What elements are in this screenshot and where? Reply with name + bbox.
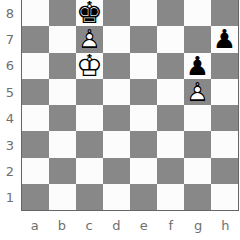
file-label-g: g	[185, 211, 212, 240]
square-d4[interactable]	[103, 105, 130, 131]
square-f8[interactable]	[157, 0, 184, 26]
square-a3[interactable]	[22, 131, 49, 157]
square-b3[interactable]	[49, 131, 76, 157]
square-g3[interactable]	[184, 131, 211, 157]
square-e6[interactable]	[130, 53, 157, 79]
square-h7[interactable]: ♟	[211, 26, 238, 52]
square-e3[interactable]	[130, 131, 157, 157]
rank-label-5: 5	[0, 79, 20, 105]
square-e7[interactable]	[130, 26, 157, 52]
square-a7[interactable]	[22, 26, 49, 52]
file-labels: abcdefgh	[21, 211, 239, 240]
black-king-glyph: ♚	[76, 0, 103, 26]
square-e5[interactable]	[130, 79, 157, 105]
square-g7[interactable]	[184, 26, 211, 52]
file-label-e: e	[130, 211, 157, 240]
square-b1[interactable]	[49, 184, 76, 210]
square-a1[interactable]	[22, 184, 49, 210]
chess-diagram: 87654321 ♚♟♙♟♚♔♟♟♙ abcdefgh	[0, 0, 240, 240]
square-e8[interactable]	[130, 0, 157, 26]
file-label-d: d	[103, 211, 130, 240]
rank-label-6: 6	[0, 53, 20, 79]
square-d2[interactable]	[103, 158, 130, 184]
square-g2[interactable]	[184, 158, 211, 184]
square-f1[interactable]	[157, 184, 184, 210]
square-f6[interactable]	[157, 53, 184, 79]
rank-label-1: 1	[0, 185, 20, 211]
square-a6[interactable]	[22, 53, 49, 79]
square-f3[interactable]	[157, 131, 184, 157]
black-pawn: ♟	[211, 26, 238, 52]
rank-label-3: 3	[0, 132, 20, 158]
square-b4[interactable]	[49, 105, 76, 131]
rank-label-8: 8	[0, 0, 20, 26]
square-g4[interactable]	[184, 105, 211, 131]
file-label-c: c	[76, 211, 103, 240]
square-b5[interactable]	[49, 79, 76, 105]
square-f7[interactable]	[157, 26, 184, 52]
square-h8[interactable]	[211, 0, 238, 26]
chess-board: ♚♟♙♟♚♔♟♟♙	[21, 0, 239, 211]
rank-label-4: 4	[0, 106, 20, 132]
square-c1[interactable]	[76, 184, 103, 210]
square-f4[interactable]	[157, 105, 184, 131]
square-h6[interactable]	[211, 53, 238, 79]
square-c2[interactable]	[76, 158, 103, 184]
square-a4[interactable]	[22, 105, 49, 131]
white-pawn: ♟♙	[184, 79, 211, 105]
square-a5[interactable]	[22, 79, 49, 105]
square-a2[interactable]	[22, 158, 49, 184]
black-pawn-glyph: ♟	[211, 26, 238, 52]
square-g8[interactable]	[184, 0, 211, 26]
square-c3[interactable]	[76, 131, 103, 157]
square-h2[interactable]	[211, 158, 238, 184]
square-h3[interactable]	[211, 131, 238, 157]
square-b8[interactable]	[49, 0, 76, 26]
square-d7[interactable]	[103, 26, 130, 52]
square-e4[interactable]	[130, 105, 157, 131]
square-b6[interactable]	[49, 53, 76, 79]
white-pawn-glyph: ♙	[184, 79, 211, 105]
square-d6[interactable]	[103, 53, 130, 79]
square-d3[interactable]	[103, 131, 130, 157]
square-b7[interactable]	[49, 26, 76, 52]
rank-labels: 87654321	[0, 0, 20, 211]
square-g5[interactable]: ♟♙	[184, 79, 211, 105]
square-d8[interactable]	[103, 0, 130, 26]
square-b2[interactable]	[49, 158, 76, 184]
file-label-a: a	[21, 211, 48, 240]
rank-label-7: 7	[0, 26, 20, 52]
square-h5[interactable]	[211, 79, 238, 105]
rank-label-2: 2	[0, 158, 20, 184]
file-label-h: h	[212, 211, 239, 240]
square-g6[interactable]: ♟	[184, 53, 211, 79]
square-c8[interactable]: ♚	[76, 0, 103, 26]
black-king: ♚	[76, 0, 103, 26]
square-h1[interactable]	[211, 184, 238, 210]
file-label-f: f	[157, 211, 184, 240]
file-label-b: b	[48, 211, 75, 240]
square-g1[interactable]	[184, 184, 211, 210]
black-pawn: ♟	[184, 53, 211, 79]
square-e1[interactable]	[130, 184, 157, 210]
square-c4[interactable]	[76, 105, 103, 131]
white-king: ♚♔	[76, 53, 103, 79]
black-pawn-glyph: ♟	[184, 53, 211, 79]
square-e2[interactable]	[130, 158, 157, 184]
square-f5[interactable]	[157, 79, 184, 105]
square-c5[interactable]	[76, 79, 103, 105]
square-a8[interactable]	[22, 0, 49, 26]
square-d1[interactable]	[103, 184, 130, 210]
square-d5[interactable]	[103, 79, 130, 105]
square-c6[interactable]: ♚♔	[76, 53, 103, 79]
square-h4[interactable]	[211, 105, 238, 131]
white-king-glyph: ♔	[76, 53, 103, 79]
square-f2[interactable]	[157, 158, 184, 184]
